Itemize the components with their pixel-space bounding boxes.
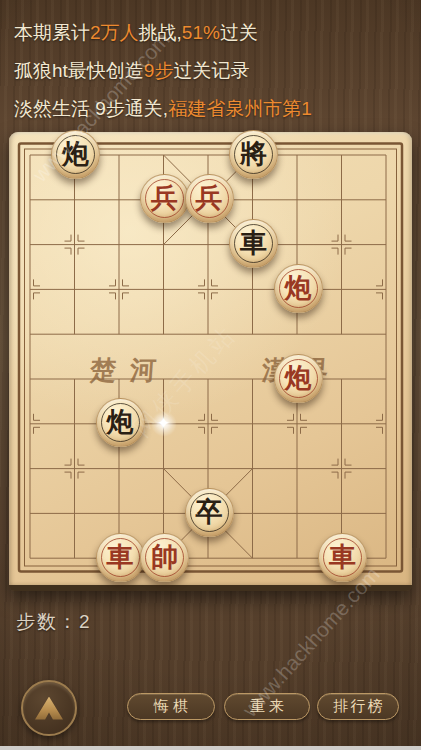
piece-glyph: 帥	[151, 543, 178, 570]
piece-red-cannon-1[interactable]: 炮	[274, 264, 323, 313]
move-indicator-sparkle: ✦	[149, 409, 179, 439]
piece-glyph: 車	[240, 229, 267, 256]
stats-text: 本期累计	[14, 22, 90, 43]
piece-glyph: 兵	[196, 184, 223, 211]
bottom-edge-strip	[0, 746, 421, 750]
piece-glyph: 炮	[62, 140, 89, 167]
piece-red-soldier-2[interactable]: 兵	[185, 174, 234, 223]
piece-red-soldier-1[interactable]: 兵	[140, 174, 189, 223]
piece-red-general[interactable]: 帥	[140, 533, 189, 582]
step-counter-value: 2	[79, 611, 92, 632]
step-counter: 步数：2	[16, 609, 92, 635]
stats-line-record: 孤狼ht最快创造9步过关记录	[14, 52, 414, 90]
piece-glyph: 將	[240, 140, 267, 167]
stats-text: 挑战,	[139, 22, 182, 43]
piece-black-soldier[interactable]: 卒	[185, 488, 234, 537]
stats-text: 过关	[220, 22, 258, 43]
stats-line-challenge: 本期累计2万人挑战,51%过关	[14, 14, 414, 52]
piece-glyph: 卒	[196, 498, 223, 525]
piece-black-cannon-1[interactable]: 炮	[51, 130, 100, 179]
piece-black-cannon-2[interactable]: 炮	[96, 398, 145, 447]
piece-red-chariot-2[interactable]: 車	[318, 533, 367, 582]
puzzle-stats: 本期累计2万人挑战,51%过关 孤狼ht最快创造9步过关记录 淡然生活 9步通关…	[14, 14, 414, 128]
stats-text: 过关记录	[173, 60, 249, 81]
piece-red-chariot-1[interactable]: 車	[96, 533, 145, 582]
piece-glyph: 兵	[151, 184, 178, 211]
piece-glyph: 車	[329, 543, 356, 570]
step-counter-label: 步数：	[16, 611, 79, 632]
piece-black-general[interactable]: 將	[229, 130, 278, 179]
restart-button[interactable]: 重来	[224, 693, 310, 720]
stat-highlight-players: 2万人	[90, 22, 139, 43]
stats-text: 淡然生活 9步通关,	[14, 98, 168, 119]
piece-glyph: 炮	[107, 408, 134, 435]
piece-glyph: 炮	[285, 364, 312, 391]
stat-highlight-passrate: 51%	[182, 22, 220, 43]
stats-line-latest: 淡然生活 9步通关,福建省泉州市第1	[14, 90, 414, 128]
xiangqi-board[interactable]: 楚河 漢界 炮將兵兵車炮炮炮卒車帥車✦	[9, 132, 412, 591]
river-label-left: 楚河	[66, 353, 180, 388]
stat-highlight-steps: 9步	[144, 60, 174, 81]
piece-glyph: 炮	[285, 274, 312, 301]
stats-text: 孤狼ht最快创造	[14, 60, 144, 81]
piece-glyph: 車	[107, 543, 134, 570]
stat-highlight-region: 福建省泉州市第1	[168, 98, 312, 119]
piece-black-chariot-1[interactable]: 車	[229, 219, 278, 268]
undo-move-button[interactable]: 悔棋	[127, 693, 215, 720]
piece-red-cannon-2[interactable]: 炮	[274, 354, 323, 403]
home-button[interactable]	[21, 680, 77, 736]
leaderboard-button[interactable]: 排行榜	[317, 693, 399, 720]
mountain-logo-icon	[35, 697, 63, 720]
